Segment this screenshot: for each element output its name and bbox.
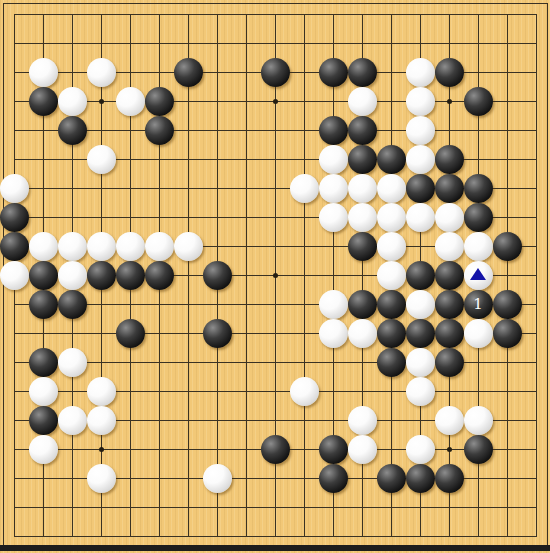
black-stone: [464, 435, 493, 464]
black-stone: [435, 319, 464, 348]
black-stone: [261, 58, 290, 87]
black-stone: [493, 232, 522, 261]
black-stone: [435, 58, 464, 87]
black-stone: [406, 464, 435, 493]
black-stone: [464, 203, 493, 232]
go-board-screenshot: 1: [0, 0, 550, 553]
star-point: [99, 447, 104, 452]
black-stone: [348, 290, 377, 319]
white-stone: [290, 377, 319, 406]
black-stone: [116, 261, 145, 290]
white-stone: [435, 203, 464, 232]
black-stone: [87, 261, 116, 290]
black-stone: [203, 319, 232, 348]
white-stone: [58, 87, 87, 116]
black-stone: [348, 58, 377, 87]
white-stone: [435, 406, 464, 435]
black-stone: [261, 435, 290, 464]
black-stone: [464, 174, 493, 203]
white-stone: [29, 232, 58, 261]
black-stone: [493, 319, 522, 348]
white-stone: [406, 290, 435, 319]
white-stone: [290, 174, 319, 203]
black-stone: [29, 406, 58, 435]
black-stone: [377, 464, 406, 493]
black-stone: [145, 87, 174, 116]
black-stone: [319, 58, 348, 87]
white-stone: [58, 261, 87, 290]
white-stone: [406, 203, 435, 232]
grid-line-vertical: [304, 14, 305, 537]
goban[interactable]: 1: [0, 0, 550, 553]
white-stone: [348, 87, 377, 116]
white-stone: [145, 232, 174, 261]
white-stone: [0, 261, 29, 290]
white-stone: [319, 290, 348, 319]
grid-line-horizontal: [14, 536, 537, 537]
black-stone: [29, 348, 58, 377]
black-stone: [203, 261, 232, 290]
white-stone: [87, 232, 116, 261]
black-stone: [377, 348, 406, 377]
white-stone: [348, 174, 377, 203]
white-stone: [464, 232, 493, 261]
white-stone: [348, 406, 377, 435]
white-stone: [87, 464, 116, 493]
black-stone: [145, 261, 174, 290]
star-point: [447, 99, 452, 104]
move-number-label: 1: [464, 290, 493, 319]
black-stone: [348, 232, 377, 261]
grid-line-vertical: [507, 14, 508, 537]
white-stone: [0, 174, 29, 203]
black-stone: [493, 290, 522, 319]
black-stone: [319, 116, 348, 145]
white-stone: [87, 377, 116, 406]
white-stone: [319, 174, 348, 203]
black-stone: [145, 116, 174, 145]
white-stone: [29, 435, 58, 464]
black-stone: [435, 145, 464, 174]
black-stone: [319, 435, 348, 464]
white-stone: [348, 203, 377, 232]
white-stone: [406, 435, 435, 464]
white-stone: [58, 232, 87, 261]
black-stone: [464, 87, 493, 116]
white-stone: [319, 203, 348, 232]
white-stone: [116, 232, 145, 261]
white-stone: [87, 58, 116, 87]
black-stone: [406, 319, 435, 348]
grid-line-vertical: [536, 14, 537, 537]
black-stone: [377, 319, 406, 348]
black-stone: [435, 174, 464, 203]
white-stone: [377, 261, 406, 290]
white-stone: [435, 232, 464, 261]
white-stone: [87, 145, 116, 174]
white-stone: [58, 348, 87, 377]
white-stone: [464, 406, 493, 435]
black-stone: [0, 232, 29, 261]
black-stone: [406, 174, 435, 203]
black-stone: [406, 261, 435, 290]
board-bottom-edge: [0, 545, 550, 551]
black-stone: [174, 58, 203, 87]
black-stone: [435, 261, 464, 290]
black-stone: [348, 116, 377, 145]
white-stone: [58, 406, 87, 435]
black-stone: [435, 464, 464, 493]
white-stone: [406, 87, 435, 116]
black-stone: [435, 290, 464, 319]
white-stone: [348, 435, 377, 464]
white-stone: [203, 464, 232, 493]
black-stone: [29, 87, 58, 116]
white-stone: [174, 232, 203, 261]
black-stone: [58, 290, 87, 319]
white-stone: [406, 348, 435, 377]
white-stone: [377, 203, 406, 232]
black-stone: [116, 319, 145, 348]
white-stone: [377, 174, 406, 203]
star-point: [273, 273, 278, 278]
black-stone: [319, 464, 348, 493]
black-stone: [348, 145, 377, 174]
white-stone: [406, 58, 435, 87]
white-stone: [406, 377, 435, 406]
white-stone: [319, 145, 348, 174]
triangle-marker-icon: [470, 268, 486, 280]
white-stone: [29, 58, 58, 87]
white-stone: [406, 116, 435, 145]
white-stone: [377, 232, 406, 261]
black-stone: [29, 290, 58, 319]
white-stone: [29, 377, 58, 406]
black-stone: [29, 261, 58, 290]
white-stone: [116, 87, 145, 116]
black-stone: [0, 203, 29, 232]
black-stone: [435, 348, 464, 377]
white-stone: [87, 406, 116, 435]
star-point: [99, 99, 104, 104]
star-point: [273, 99, 278, 104]
grid-line-horizontal: [14, 507, 537, 508]
black-stone: [58, 116, 87, 145]
white-stone: [319, 319, 348, 348]
black-stone: [377, 290, 406, 319]
white-stone: [464, 319, 493, 348]
black-stone: [377, 145, 406, 174]
white-stone: [348, 319, 377, 348]
white-stone: [406, 145, 435, 174]
star-point: [447, 447, 452, 452]
